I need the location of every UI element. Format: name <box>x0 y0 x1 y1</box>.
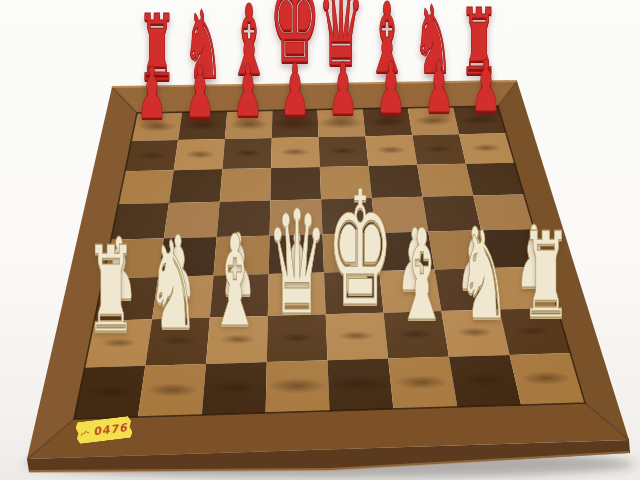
piece-white-knight-g1: ♞ <box>458 216 510 338</box>
pieces-layer: ♜♞♝♚♛♝♞♜♟♟♟♟♟♟♟♟♟♟♟♟♟♟♟♟♜♞♝♛♚♝♞♜ <box>0 0 640 480</box>
piece-shadow <box>227 148 269 159</box>
piece-white-knight-b1: ♞ <box>147 225 199 347</box>
piece-shadow <box>322 146 364 157</box>
piece-red-pawn-c7: ♟ <box>232 57 262 129</box>
piece-shadow <box>385 372 459 392</box>
piece-shadow <box>274 147 316 158</box>
piece-shadow <box>76 382 145 400</box>
piece-red-pawn-h7: ♟ <box>471 52 501 124</box>
piece-shadow <box>512 369 581 387</box>
piece-red-pawn-f7: ♟ <box>376 54 406 126</box>
piece-red-pawn-e7: ♟ <box>328 55 358 127</box>
lot-number: 0476 <box>92 421 128 438</box>
piece-red-pawn-d7: ♟ <box>280 56 310 128</box>
piece-shadow <box>370 145 412 156</box>
piece-white-rook-a1: ♜ <box>85 232 135 351</box>
piece-shadow <box>179 149 221 160</box>
sticker-scribble-icon <box>80 427 91 437</box>
piece-red-pawn-b7: ♟ <box>185 58 215 130</box>
piece-white-rook-h1: ♜ <box>521 219 571 338</box>
piece-white-queen-d1: ♛ <box>267 192 328 336</box>
piece-shadow <box>448 371 519 390</box>
piece-white-king-e1: ♚ <box>326 171 393 329</box>
piece-shadow <box>418 144 460 155</box>
piece-white-bishop-f1: ♝ <box>395 213 448 339</box>
piece-red-pawn-g7: ♟ <box>423 53 453 125</box>
piece-red-pawn-a7: ♟ <box>137 59 167 131</box>
piece-shadow <box>131 150 173 161</box>
auction-photo: ♜♞♝♚♛♝♞♜♟♟♟♟♟♟♟♟♟♟♟♟♟♟♟♟♜♞♝♛♚♝♞♜ 0476 <box>0 0 640 480</box>
piece-shadow <box>465 143 507 154</box>
piece-white-bishop-c1: ♝ <box>208 218 261 344</box>
